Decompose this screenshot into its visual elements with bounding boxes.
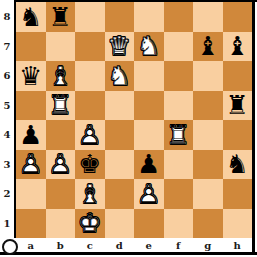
- square-h8[interactable]: [223, 2, 253, 32]
- black-bishop-glyph: ♝: [194, 32, 222, 60]
- square-c4[interactable]: ♟♙: [75, 120, 105, 150]
- file-label-g: g: [193, 238, 223, 252]
- square-b3[interactable]: ♟♙: [46, 150, 76, 180]
- black-knight[interactable]: ♞♘: [223, 150, 251, 178]
- square-f8[interactable]: [164, 2, 194, 32]
- square-c3[interactable]: ♚♔: [75, 150, 105, 180]
- rank-label-7: 7: [0, 32, 14, 62]
- square-b6[interactable]: ♝♗: [46, 61, 76, 91]
- file-label-a: a: [16, 238, 46, 252]
- square-e7[interactable]: ♞♘: [134, 32, 164, 62]
- white-rook-outline: ♖: [46, 91, 74, 119]
- square-c8[interactable]: [75, 2, 105, 32]
- black-bishop[interactable]: ♝♗: [194, 32, 222, 60]
- square-a4[interactable]: ♟♙: [16, 120, 46, 150]
- white-pawn[interactable]: ♟♙: [76, 121, 104, 149]
- black-king-glyph: ♚: [76, 150, 104, 178]
- square-a5[interactable]: [16, 91, 46, 121]
- white-bishop[interactable]: ♝♗: [76, 180, 104, 208]
- file-label-b: b: [46, 238, 76, 252]
- file-label-e: e: [134, 238, 164, 252]
- square-g7[interactable]: ♝♗: [193, 32, 223, 62]
- white-rook[interactable]: ♜♖: [164, 121, 192, 149]
- white-bishop-outline: ♗: [46, 62, 74, 90]
- square-e6[interactable]: [134, 61, 164, 91]
- rank-label-2: 2: [0, 179, 14, 209]
- square-d4[interactable]: [105, 120, 135, 150]
- white-pawn[interactable]: ♟♙: [46, 150, 74, 178]
- white-pawn-outline: ♙: [17, 150, 45, 178]
- black-rook[interactable]: ♜♖: [223, 91, 251, 119]
- square-f7[interactable]: [164, 32, 194, 62]
- square-b2[interactable]: [46, 179, 76, 209]
- square-f3[interactable]: [164, 150, 194, 180]
- square-b5[interactable]: ♜♖: [46, 91, 76, 121]
- white-king[interactable]: ♚♔: [76, 209, 104, 237]
- square-f1[interactable]: [164, 209, 194, 239]
- square-g8[interactable]: [193, 2, 223, 32]
- square-a6[interactable]: ♛♕: [16, 61, 46, 91]
- square-h1[interactable]: [223, 209, 253, 239]
- white-pawn[interactable]: ♟♙: [135, 180, 163, 208]
- file-label-h: h: [223, 238, 253, 252]
- file-label-f: f: [164, 238, 194, 252]
- rank-label-5: 5: [0, 91, 14, 121]
- white-queen-outline: ♕: [105, 32, 133, 60]
- white-knight-outline: ♘: [135, 32, 163, 60]
- white-bishop-outline: ♗: [76, 180, 104, 208]
- square-b4[interactable]: [46, 120, 76, 150]
- square-d1[interactable]: [105, 209, 135, 239]
- white-knight[interactable]: ♞♘: [105, 62, 133, 90]
- white-queen[interactable]: ♛♕: [105, 32, 133, 60]
- square-c7[interactable]: [75, 32, 105, 62]
- black-bishop[interactable]: ♝♗: [223, 32, 251, 60]
- square-a3[interactable]: ♟♙: [16, 150, 46, 180]
- white-rook[interactable]: ♜♖: [46, 91, 74, 119]
- black-rook[interactable]: ♜♖: [46, 3, 74, 31]
- black-pawn-glyph: ♟: [17, 121, 45, 149]
- square-d2[interactable]: [105, 179, 135, 209]
- square-e2[interactable]: ♟♙: [134, 179, 164, 209]
- square-f6[interactable]: [164, 61, 194, 91]
- square-h2[interactable]: [223, 179, 253, 209]
- square-b1[interactable]: [46, 209, 76, 239]
- rank-labels: 87654321: [0, 2, 14, 238]
- square-e5[interactable]: [134, 91, 164, 121]
- square-d6[interactable]: ♞♘: [105, 61, 135, 91]
- black-rook-glyph: ♜: [46, 3, 74, 31]
- black-knight-glyph: ♞: [223, 150, 251, 178]
- square-h3[interactable]: ♞♘: [223, 150, 253, 180]
- square-g6[interactable]: [193, 61, 223, 91]
- square-f4[interactable]: ♜♖: [164, 120, 194, 150]
- square-e3[interactable]: ♟♙: [134, 150, 164, 180]
- square-d7[interactable]: ♛♕: [105, 32, 135, 62]
- square-e1[interactable]: [134, 209, 164, 239]
- black-pawn[interactable]: ♟♙: [135, 150, 163, 178]
- white-pawn-outline: ♙: [76, 121, 104, 149]
- square-h5[interactable]: ♜♖: [223, 91, 253, 121]
- black-pawn-glyph: ♟: [135, 150, 163, 178]
- board-border-bottom: [0, 252, 257, 255]
- black-queen-glyph: ♛: [17, 62, 45, 90]
- square-c2[interactable]: ♝♗: [75, 179, 105, 209]
- file-label-c: c: [75, 238, 105, 252]
- black-knight[interactable]: ♞♘: [17, 3, 45, 31]
- black-knight-glyph: ♞: [17, 3, 45, 31]
- square-a8[interactable]: ♞♘: [16, 2, 46, 32]
- square-a7[interactable]: [16, 32, 46, 62]
- black-rook-glyph: ♜: [223, 91, 251, 119]
- square-g4[interactable]: [193, 120, 223, 150]
- rank-label-1: 1: [0, 209, 14, 239]
- rank-label-4: 4: [0, 120, 14, 150]
- square-c6[interactable]: [75, 61, 105, 91]
- side-to-move-indicator: [2, 239, 18, 255]
- square-g3[interactable]: [193, 150, 223, 180]
- square-h7[interactable]: ♝♗: [223, 32, 253, 62]
- square-f2[interactable]: [164, 179, 194, 209]
- white-bishop[interactable]: ♝♗: [46, 62, 74, 90]
- white-king-outline: ♔: [76, 209, 104, 237]
- square-d3[interactable]: [105, 150, 135, 180]
- black-queen[interactable]: ♛♕: [17, 62, 45, 90]
- rank-label-8: 8: [0, 2, 14, 32]
- square-a2[interactable]: [16, 179, 46, 209]
- file-labels: abcdefgh: [16, 238, 252, 252]
- white-knight-outline: ♘: [105, 62, 133, 90]
- square-g2[interactable]: [193, 179, 223, 209]
- white-pawn-outline: ♙: [135, 180, 163, 208]
- square-c5[interactable]: [75, 91, 105, 121]
- square-d8[interactable]: [105, 2, 135, 32]
- chess-diagram: 87654321 ♞♘♜♖♛♕♞♘♝♗♝♗♛♕♝♗♞♘♜♖♜♖♟♙♟♙♜♖♟♙♟…: [0, 0, 257, 257]
- file-label-d: d: [105, 238, 135, 252]
- white-pawn-outline: ♙: [46, 150, 74, 178]
- white-knight[interactable]: ♞♘: [135, 32, 163, 60]
- square-b7[interactable]: [46, 32, 76, 62]
- square-e4[interactable]: [134, 120, 164, 150]
- square-b8[interactable]: ♜♖: [46, 2, 76, 32]
- board-border-right: [252, 0, 255, 255]
- rank-label-6: 6: [0, 61, 14, 91]
- square-g1[interactable]: [193, 209, 223, 239]
- square-c1[interactable]: ♚♔: [75, 209, 105, 239]
- square-h4[interactable]: [223, 120, 253, 150]
- square-h6[interactable]: [223, 61, 253, 91]
- square-g5[interactable]: [193, 91, 223, 121]
- square-a1[interactable]: [16, 209, 46, 239]
- white-pawn[interactable]: ♟♙: [17, 150, 45, 178]
- square-e8[interactable]: [134, 2, 164, 32]
- black-bishop-glyph: ♝: [223, 32, 251, 60]
- square-d5[interactable]: [105, 91, 135, 121]
- rank-label-3: 3: [0, 150, 14, 180]
- black-pawn[interactable]: ♟♙: [17, 121, 45, 149]
- chess-board[interactable]: ♞♘♜♖♛♕♞♘♝♗♝♗♛♕♝♗♞♘♜♖♜♖♟♙♟♙♜♖♟♙♟♙♚♔♟♙♞♘♝♗…: [16, 2, 252, 238]
- black-king[interactable]: ♚♔: [76, 150, 104, 178]
- white-rook-outline: ♖: [164, 121, 192, 149]
- square-f5[interactable]: [164, 91, 194, 121]
